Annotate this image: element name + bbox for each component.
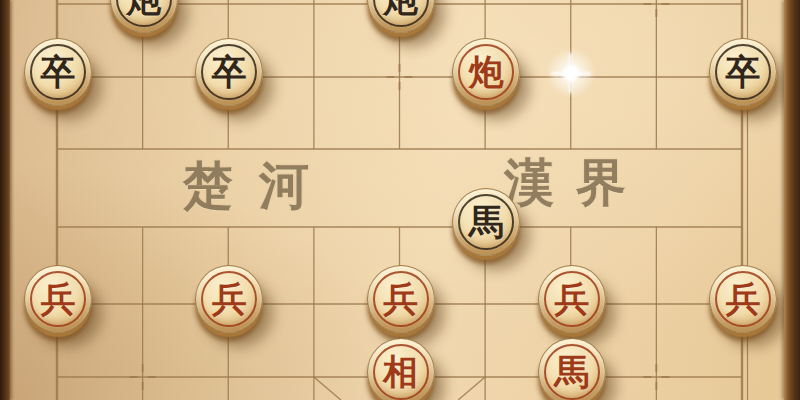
river-label-chu-he: 楚河 (183, 161, 335, 212)
piece-red-soldier[interactable]: 兵 (367, 265, 435, 333)
piece-glyph: 馬 (469, 204, 504, 239)
piece-glyph: 兵 (212, 281, 247, 316)
piece-red-soldier[interactable]: 兵 (24, 265, 92, 333)
piece-black-soldier[interactable]: 卒 (24, 38, 92, 106)
piece-glyph: 卒 (726, 54, 761, 89)
piece-glyph: 相 (383, 354, 418, 389)
piece-glyph: 炮 (126, 0, 161, 16)
board-frame-right (784, 0, 800, 400)
piece-red-soldier[interactable]: 兵 (538, 265, 606, 333)
xiangqi-board[interactable]: 楚河 漢界 炮炮卒卒炮卒馬兵兵兵兵兵相馬 (0, 0, 800, 400)
piece-red-soldier[interactable]: 兵 (195, 265, 263, 333)
piece-red-cannon[interactable]: 炮 (452, 38, 520, 106)
piece-black-horse[interactable]: 馬 (452, 188, 520, 256)
piece-red-soldier[interactable]: 兵 (709, 265, 777, 333)
piece-red-elephant[interactable]: 相 (367, 338, 435, 400)
board-frame-left (0, 0, 10, 400)
piece-glyph: 兵 (554, 281, 589, 316)
piece-glyph: 馬 (554, 354, 589, 389)
river-label-han-jie: 漢界 (504, 158, 648, 209)
piece-glyph: 兵 (383, 281, 418, 316)
piece-glyph: 卒 (41, 54, 76, 89)
piece-black-soldier[interactable]: 卒 (709, 38, 777, 106)
piece-glyph: 兵 (726, 281, 761, 316)
piece-black-soldier[interactable]: 卒 (195, 38, 263, 106)
piece-glyph: 卒 (212, 54, 247, 89)
piece-glyph: 炮 (383, 0, 418, 16)
sparkle-core (563, 65, 579, 81)
piece-glyph: 兵 (41, 281, 76, 316)
piece-red-horse[interactable]: 馬 (538, 338, 606, 400)
piece-glyph: 炮 (469, 54, 504, 89)
